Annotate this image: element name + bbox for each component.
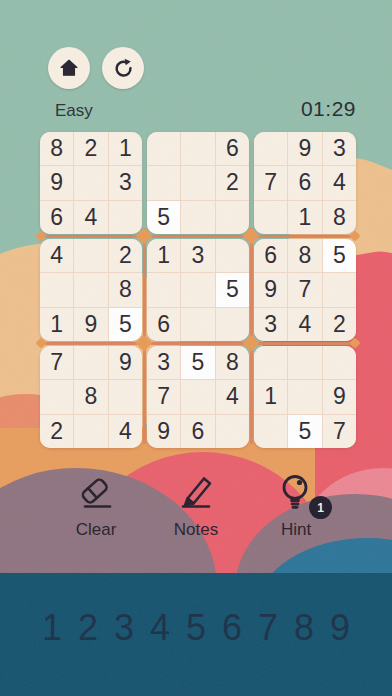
cell-r3c9[interactable]: 8	[323, 201, 356, 234]
cell-r1c1[interactable]: 8	[40, 132, 73, 165]
cell-r1c6[interactable]: 6	[216, 132, 249, 165]
cell-r8c3[interactable]	[109, 380, 142, 413]
cell-r2c8[interactable]: 6	[288, 166, 321, 199]
cell-r9c7[interactable]	[254, 415, 287, 448]
cell-r9c4[interactable]: 9	[147, 415, 180, 448]
cell-r7c6[interactable]: 8	[216, 346, 249, 379]
sudoku-box-4: 428195	[40, 239, 142, 341]
app-screen: Easy 01:29 82193646259376418428195135668…	[0, 0, 392, 696]
cell-r8c1[interactable]	[40, 380, 73, 413]
cell-r4c9[interactable]: 5	[323, 239, 356, 272]
cell-r6c1[interactable]: 1	[40, 308, 73, 341]
cell-r8c2[interactable]: 8	[74, 380, 107, 413]
cell-r4c7[interactable]: 6	[254, 239, 287, 272]
notes-label: Notes	[174, 520, 218, 540]
cell-r9c5[interactable]: 6	[181, 415, 214, 448]
cell-r1c8[interactable]: 9	[288, 132, 321, 165]
pencil-icon	[172, 470, 220, 518]
cell-r8c5[interactable]	[181, 380, 214, 413]
numpad-digit-3[interactable]: 3	[114, 600, 134, 656]
numpad-digit-8[interactable]: 8	[294, 600, 314, 656]
hint-button[interactable]: 1 Hint	[272, 470, 320, 540]
cell-r5c3[interactable]: 8	[109, 273, 142, 306]
cell-r7c8[interactable]	[288, 346, 321, 379]
cell-r2c4[interactable]	[147, 166, 180, 199]
cell-r4c2[interactable]	[74, 239, 107, 272]
cell-r4c4[interactable]: 1	[147, 239, 180, 272]
cell-r2c5[interactable]	[181, 166, 214, 199]
cell-r7c7[interactable]	[254, 346, 287, 379]
cell-r9c6[interactable]	[216, 415, 249, 448]
cell-r6c8[interactable]: 4	[288, 308, 321, 341]
cell-r2c1[interactable]: 9	[40, 166, 73, 199]
status-row: Easy 01:29	[40, 97, 356, 121]
cell-r7c1[interactable]: 7	[40, 346, 73, 379]
cell-r8c7[interactable]: 1	[254, 380, 287, 413]
cell-r2c2[interactable]	[74, 166, 107, 199]
cell-r6c2[interactable]: 9	[74, 308, 107, 341]
cell-r4c8[interactable]: 8	[288, 239, 321, 272]
timer: 01:29	[301, 97, 356, 121]
sudoku-box-5: 1356	[147, 239, 249, 341]
cell-r1c7[interactable]	[254, 132, 287, 165]
cell-r3c6[interactable]	[216, 201, 249, 234]
cell-r1c2[interactable]: 2	[74, 132, 107, 165]
cell-r3c4[interactable]: 5	[147, 201, 180, 234]
cell-r5c9[interactable]	[323, 273, 356, 306]
clear-button[interactable]: Clear	[72, 470, 120, 540]
cell-r3c8[interactable]: 1	[288, 201, 321, 234]
cell-r3c1[interactable]: 6	[40, 201, 73, 234]
cell-r6c3[interactable]: 5	[109, 308, 142, 341]
cell-r9c2[interactable]	[74, 415, 107, 448]
notes-button[interactable]: Notes	[172, 470, 220, 540]
sudoku-box-1: 8219364	[40, 132, 142, 234]
cell-r2c9[interactable]: 4	[323, 166, 356, 199]
cell-r9c9[interactable]: 7	[323, 415, 356, 448]
cell-r2c6[interactable]: 2	[216, 166, 249, 199]
cell-r5c1[interactable]	[40, 273, 73, 306]
clear-label: Clear	[76, 520, 117, 540]
cell-r5c5[interactable]	[181, 273, 214, 306]
sudoku-board: 8219364625937641842819513566859734279824…	[40, 132, 356, 448]
cell-r3c5[interactable]	[181, 201, 214, 234]
numpad-digit-9[interactable]: 9	[330, 600, 350, 656]
sudoku-box-7: 79824	[40, 346, 142, 448]
cell-r8c4[interactable]: 7	[147, 380, 180, 413]
cell-r9c1[interactable]: 2	[40, 415, 73, 448]
sudoku-box-3: 9376418	[254, 132, 356, 234]
numpad-digit-1[interactable]: 1	[42, 600, 62, 656]
cell-r7c2[interactable]	[74, 346, 107, 379]
cell-r5c2[interactable]	[74, 273, 107, 306]
home-icon	[58, 57, 80, 79]
numpad-digit-2[interactable]: 2	[78, 600, 98, 656]
cell-r8c6[interactable]: 4	[216, 380, 249, 413]
cell-r6c7[interactable]: 3	[254, 308, 287, 341]
cell-r8c9[interactable]: 9	[323, 380, 356, 413]
action-toolbar: Clear Notes	[0, 470, 392, 540]
cell-r4c5[interactable]: 3	[181, 239, 214, 272]
number-pad: 123456789	[0, 600, 392, 656]
sudoku-box-9: 1957	[254, 346, 356, 448]
cell-r1c3[interactable]: 1	[109, 132, 142, 165]
cell-r7c4[interactable]: 3	[147, 346, 180, 379]
cell-r7c3[interactable]: 9	[109, 346, 142, 379]
cell-r2c3[interactable]: 3	[109, 166, 142, 199]
cell-r5c4[interactable]	[147, 273, 180, 306]
eraser-icon	[72, 470, 120, 518]
cell-r6c9[interactable]: 2	[323, 308, 356, 341]
cell-r3c2[interactable]: 4	[74, 201, 107, 234]
sudoku-box-2: 625	[147, 132, 249, 234]
cell-r7c5[interactable]: 5	[181, 346, 214, 379]
cell-r9c3[interactable]: 4	[109, 415, 142, 448]
cell-r4c6[interactable]	[216, 239, 249, 272]
home-button[interactable]	[48, 47, 90, 89]
numpad-digit-5[interactable]: 5	[186, 600, 206, 656]
cell-r5c8[interactable]: 7	[288, 273, 321, 306]
cell-r4c1[interactable]: 4	[40, 239, 73, 272]
cell-r3c3[interactable]	[109, 201, 142, 234]
cell-r5c7[interactable]: 9	[254, 273, 287, 306]
cell-r1c4[interactable]	[147, 132, 180, 165]
cell-r9c8[interactable]: 5	[288, 415, 321, 448]
cell-r1c9[interactable]: 3	[323, 132, 356, 165]
cell-r8c8[interactable]	[288, 380, 321, 413]
cell-r7c9[interactable]	[323, 346, 356, 379]
numpad-digit-4[interactable]: 4	[150, 600, 170, 656]
hint-label: Hint	[281, 520, 311, 540]
cell-r1c5[interactable]	[181, 132, 214, 165]
sudoku-box-6: 68597342	[254, 239, 356, 341]
cell-r2c7[interactable]: 7	[254, 166, 287, 199]
hint-count-badge: 1	[309, 496, 332, 519]
cell-r6c6[interactable]	[216, 308, 249, 341]
sudoku-box-8: 3587496	[147, 346, 249, 448]
cell-r3c7[interactable]	[254, 201, 287, 234]
numpad-digit-7[interactable]: 7	[258, 600, 278, 656]
sudoku-boxes: 8219364625937641842819513566859734279824…	[40, 132, 356, 448]
cell-r4c3[interactable]: 2	[109, 239, 142, 272]
cell-r5c6[interactable]: 5	[216, 273, 249, 306]
restart-icon	[112, 57, 135, 80]
difficulty-label: Easy	[40, 101, 93, 121]
cell-r6c4[interactable]: 6	[147, 308, 180, 341]
cell-r6c5[interactable]	[181, 308, 214, 341]
restart-button[interactable]	[102, 47, 144, 89]
numpad-digit-6[interactable]: 6	[222, 600, 242, 656]
